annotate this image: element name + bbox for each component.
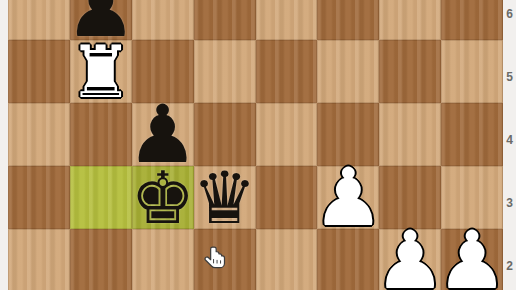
rank-label-3: 3 xyxy=(504,196,515,210)
square-a3[interactable] xyxy=(8,166,70,229)
square-e2[interactable] xyxy=(256,229,318,290)
rank-label-5: 5 xyxy=(504,70,515,84)
square-h6[interactable] xyxy=(441,0,503,40)
square-g6[interactable] xyxy=(379,0,441,40)
square-b2[interactable] xyxy=(70,229,132,290)
square-e3[interactable] xyxy=(256,166,318,229)
square-h4[interactable] xyxy=(441,103,503,166)
square-h5[interactable] xyxy=(441,40,503,103)
square-f5[interactable] xyxy=(317,40,379,103)
black-king[interactable]: ♚ xyxy=(130,162,195,234)
square-h2[interactable]: ♟ xyxy=(441,229,503,290)
square-g2[interactable]: ♟ xyxy=(379,229,441,290)
square-c3[interactable]: ♚ xyxy=(132,166,194,229)
square-d5[interactable] xyxy=(194,40,256,103)
black-queen[interactable]: ♛ xyxy=(192,162,257,234)
square-d6[interactable] xyxy=(194,0,256,40)
square-e5[interactable] xyxy=(256,40,318,103)
square-a4[interactable] xyxy=(8,103,70,166)
rank-label-4: 4 xyxy=(504,133,515,147)
square-f6[interactable] xyxy=(317,0,379,40)
white-pawn[interactable]: ♟ xyxy=(436,221,508,290)
square-g5[interactable] xyxy=(379,40,441,103)
square-d3[interactable]: ♛ xyxy=(194,166,256,229)
square-a5[interactable] xyxy=(8,40,70,103)
square-a6[interactable] xyxy=(8,0,70,40)
square-c6[interactable] xyxy=(132,0,194,40)
square-e6[interactable] xyxy=(256,0,318,40)
square-f3[interactable]: ♟ xyxy=(317,166,379,229)
chess-app-viewport: ♟♜♟♚♛♟♟♟ 65432 xyxy=(0,0,516,290)
square-b3[interactable] xyxy=(70,166,132,229)
white-rook[interactable]: ♜ xyxy=(69,36,134,108)
square-b5[interactable]: ♜ xyxy=(70,40,132,103)
square-g4[interactable] xyxy=(379,103,441,166)
square-a2[interactable] xyxy=(8,229,70,290)
chess-board: ♟♜♟♚♛♟♟♟ xyxy=(8,0,503,290)
rank-label-6: 6 xyxy=(504,7,515,21)
square-e4[interactable] xyxy=(256,103,318,166)
